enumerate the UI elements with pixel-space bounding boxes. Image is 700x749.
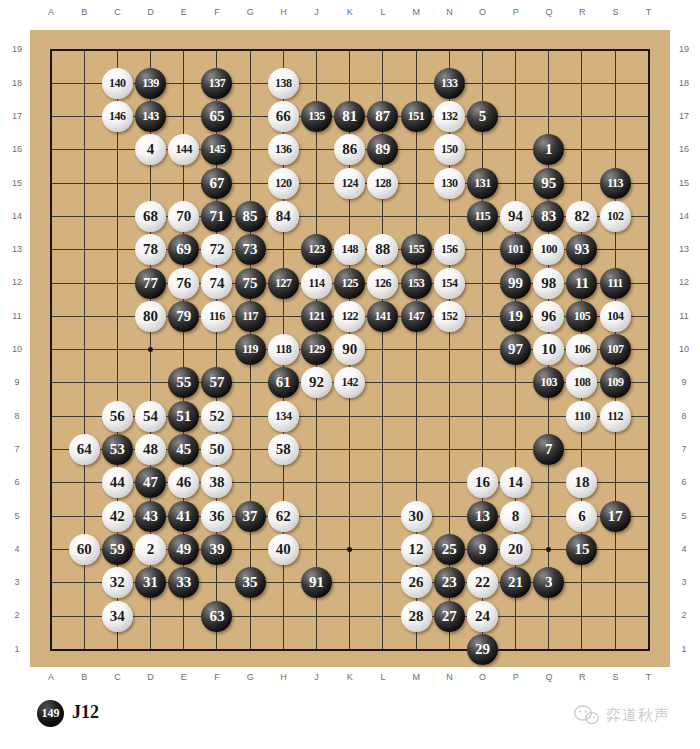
- point-P9[interactable]: [499, 366, 532, 399]
- point-G9[interactable]: [234, 366, 267, 399]
- point-S11[interactable]: 104: [599, 300, 632, 333]
- point-C15[interactable]: [101, 167, 134, 200]
- point-G11[interactable]: 117: [234, 300, 267, 333]
- point-K10[interactable]: 90: [333, 333, 366, 366]
- point-P7[interactable]: [499, 433, 532, 466]
- point-L14[interactable]: [366, 200, 399, 233]
- point-E1[interactable]: [167, 633, 200, 666]
- point-N14[interactable]: [433, 200, 466, 233]
- point-B9[interactable]: [68, 366, 101, 399]
- point-S13[interactable]: [599, 233, 632, 266]
- point-A1[interactable]: [34, 633, 67, 666]
- point-S14[interactable]: 102: [599, 200, 632, 233]
- point-L12[interactable]: 126: [366, 266, 399, 299]
- point-S3[interactable]: [599, 566, 632, 599]
- point-G2[interactable]: [234, 599, 267, 632]
- point-B17[interactable]: [68, 100, 101, 133]
- point-G19[interactable]: [234, 33, 267, 66]
- point-M5[interactable]: 30: [399, 500, 432, 533]
- point-N17[interactable]: 132: [433, 100, 466, 133]
- point-G7[interactable]: [234, 433, 267, 466]
- point-G17[interactable]: [234, 100, 267, 133]
- point-R10[interactable]: 106: [565, 333, 598, 366]
- point-M6[interactable]: [399, 466, 432, 499]
- point-P13[interactable]: 101: [499, 233, 532, 266]
- point-R8[interactable]: 110: [565, 400, 598, 433]
- point-M14[interactable]: [399, 200, 432, 233]
- point-Q13[interactable]: 100: [532, 233, 565, 266]
- point-C13[interactable]: [101, 233, 134, 266]
- point-F12[interactable]: 74: [200, 266, 233, 299]
- point-E11[interactable]: 79: [167, 300, 200, 333]
- point-F3[interactable]: [200, 566, 233, 599]
- point-E6[interactable]: 46: [167, 466, 200, 499]
- point-D1[interactable]: [134, 633, 167, 666]
- point-M18[interactable]: [399, 67, 432, 100]
- point-L15[interactable]: 128: [366, 167, 399, 200]
- point-F10[interactable]: [200, 333, 233, 366]
- point-R17[interactable]: [565, 100, 598, 133]
- point-C14[interactable]: [101, 200, 134, 233]
- point-O18[interactable]: [466, 67, 499, 100]
- point-T15[interactable]: [632, 167, 665, 200]
- point-O6[interactable]: 16: [466, 466, 499, 499]
- point-A12[interactable]: [34, 266, 67, 299]
- point-T4[interactable]: [632, 533, 665, 566]
- point-F7[interactable]: 50: [200, 433, 233, 466]
- point-A14[interactable]: [34, 200, 67, 233]
- point-N13[interactable]: 156: [433, 233, 466, 266]
- point-Q14[interactable]: 83: [532, 200, 565, 233]
- point-B6[interactable]: [68, 466, 101, 499]
- point-R11[interactable]: 105: [565, 300, 598, 333]
- point-E10[interactable]: [167, 333, 200, 366]
- point-H11[interactable]: [267, 300, 300, 333]
- point-L19[interactable]: [366, 33, 399, 66]
- point-S8[interactable]: 112: [599, 400, 632, 433]
- point-C5[interactable]: 42: [101, 500, 134, 533]
- point-F17[interactable]: 65: [200, 100, 233, 133]
- point-O1[interactable]: 29: [466, 633, 499, 666]
- point-T7[interactable]: [632, 433, 665, 466]
- point-H3[interactable]: [267, 566, 300, 599]
- point-Q1[interactable]: [532, 633, 565, 666]
- point-F2[interactable]: 63: [200, 599, 233, 632]
- point-M10[interactable]: [399, 333, 432, 366]
- point-M17[interactable]: 151: [399, 100, 432, 133]
- point-R13[interactable]: 93: [565, 233, 598, 266]
- point-P11[interactable]: 19: [499, 300, 532, 333]
- point-K14[interactable]: [333, 200, 366, 233]
- point-B2[interactable]: [68, 599, 101, 632]
- point-J10[interactable]: 129: [300, 333, 333, 366]
- point-F6[interactable]: 38: [200, 466, 233, 499]
- point-P18[interactable]: [499, 67, 532, 100]
- point-C17[interactable]: 146: [101, 100, 134, 133]
- point-Q19[interactable]: [532, 33, 565, 66]
- point-N5[interactable]: [433, 500, 466, 533]
- point-P17[interactable]: [499, 100, 532, 133]
- point-N1[interactable]: [433, 633, 466, 666]
- point-R12[interactable]: 11: [565, 266, 598, 299]
- point-D5[interactable]: 43: [134, 500, 167, 533]
- point-O7[interactable]: [466, 433, 499, 466]
- point-D4[interactable]: 2: [134, 533, 167, 566]
- point-N18[interactable]: 133: [433, 67, 466, 100]
- point-M19[interactable]: [399, 33, 432, 66]
- point-E12[interactable]: 76: [167, 266, 200, 299]
- point-C4[interactable]: 59: [101, 533, 134, 566]
- point-G5[interactable]: 37: [234, 500, 267, 533]
- point-N3[interactable]: 23: [433, 566, 466, 599]
- point-H5[interactable]: 62: [267, 500, 300, 533]
- point-B14[interactable]: [68, 200, 101, 233]
- point-K1[interactable]: [333, 633, 366, 666]
- point-A11[interactable]: [34, 300, 67, 333]
- point-R2[interactable]: [565, 599, 598, 632]
- point-P8[interactable]: [499, 400, 532, 433]
- point-A5[interactable]: [34, 500, 67, 533]
- point-A3[interactable]: [34, 566, 67, 599]
- point-G6[interactable]: [234, 466, 267, 499]
- point-E18[interactable]: [167, 67, 200, 100]
- point-C1[interactable]: [101, 633, 134, 666]
- point-C11[interactable]: [101, 300, 134, 333]
- point-A8[interactable]: [34, 400, 67, 433]
- point-J11[interactable]: 121: [300, 300, 333, 333]
- point-R6[interactable]: 18: [565, 466, 598, 499]
- point-L3[interactable]: [366, 566, 399, 599]
- point-H12[interactable]: 127: [267, 266, 300, 299]
- point-C9[interactable]: [101, 366, 134, 399]
- point-H14[interactable]: 84: [267, 200, 300, 233]
- point-F13[interactable]: 72: [200, 233, 233, 266]
- point-P3[interactable]: 21: [499, 566, 532, 599]
- point-N8[interactable]: [433, 400, 466, 433]
- point-K6[interactable]: [333, 466, 366, 499]
- point-M7[interactable]: [399, 433, 432, 466]
- point-Q15[interactable]: 95: [532, 167, 565, 200]
- point-J8[interactable]: [300, 400, 333, 433]
- point-M8[interactable]: [399, 400, 432, 433]
- point-C18[interactable]: 140: [101, 67, 134, 100]
- point-K18[interactable]: [333, 67, 366, 100]
- point-N12[interactable]: 154: [433, 266, 466, 299]
- point-J3[interactable]: 91: [300, 566, 333, 599]
- point-B15[interactable]: [68, 167, 101, 200]
- point-D8[interactable]: 54: [134, 400, 167, 433]
- point-G8[interactable]: [234, 400, 267, 433]
- point-T9[interactable]: [632, 366, 665, 399]
- point-O13[interactable]: [466, 233, 499, 266]
- point-S15[interactable]: 113: [599, 167, 632, 200]
- point-Q12[interactable]: 98: [532, 266, 565, 299]
- point-D19[interactable]: [134, 33, 167, 66]
- point-F8[interactable]: 52: [200, 400, 233, 433]
- point-H7[interactable]: 58: [267, 433, 300, 466]
- point-S10[interactable]: 107: [599, 333, 632, 366]
- point-B12[interactable]: [68, 266, 101, 299]
- point-E19[interactable]: [167, 33, 200, 66]
- point-R15[interactable]: [565, 167, 598, 200]
- point-P16[interactable]: [499, 133, 532, 166]
- point-C2[interactable]: 34: [101, 599, 134, 632]
- point-L1[interactable]: [366, 633, 399, 666]
- point-J5[interactable]: [300, 500, 333, 533]
- point-A16[interactable]: [34, 133, 67, 166]
- point-O12[interactable]: [466, 266, 499, 299]
- point-F1[interactable]: [200, 633, 233, 666]
- point-L18[interactable]: [366, 67, 399, 100]
- point-S7[interactable]: [599, 433, 632, 466]
- point-K9[interactable]: 142: [333, 366, 366, 399]
- point-R4[interactable]: 15: [565, 533, 598, 566]
- point-Q18[interactable]: [532, 67, 565, 100]
- point-N4[interactable]: 25: [433, 533, 466, 566]
- point-S19[interactable]: [599, 33, 632, 66]
- point-L4[interactable]: [366, 533, 399, 566]
- point-L10[interactable]: [366, 333, 399, 366]
- point-O19[interactable]: [466, 33, 499, 66]
- point-K2[interactable]: [333, 599, 366, 632]
- point-Q11[interactable]: 96: [532, 300, 565, 333]
- point-B18[interactable]: [68, 67, 101, 100]
- point-P6[interactable]: 14: [499, 466, 532, 499]
- point-Q4[interactable]: [532, 533, 565, 566]
- point-T10[interactable]: [632, 333, 665, 366]
- point-S2[interactable]: [599, 599, 632, 632]
- point-E13[interactable]: 69: [167, 233, 200, 266]
- point-P2[interactable]: [499, 599, 532, 632]
- point-F16[interactable]: 145: [200, 133, 233, 166]
- point-F15[interactable]: 67: [200, 167, 233, 200]
- point-K19[interactable]: [333, 33, 366, 66]
- point-C16[interactable]: [101, 133, 134, 166]
- point-M9[interactable]: [399, 366, 432, 399]
- point-T6[interactable]: [632, 466, 665, 499]
- point-K8[interactable]: [333, 400, 366, 433]
- point-L5[interactable]: [366, 500, 399, 533]
- point-S5[interactable]: 17: [599, 500, 632, 533]
- point-M3[interactable]: 26: [399, 566, 432, 599]
- point-A17[interactable]: [34, 100, 67, 133]
- point-F19[interactable]: [200, 33, 233, 66]
- point-S9[interactable]: 109: [599, 366, 632, 399]
- point-H17[interactable]: 66: [267, 100, 300, 133]
- point-A13[interactable]: [34, 233, 67, 266]
- point-L7[interactable]: [366, 433, 399, 466]
- point-J18[interactable]: [300, 67, 333, 100]
- point-O14[interactable]: 115: [466, 200, 499, 233]
- point-P19[interactable]: [499, 33, 532, 66]
- point-Q2[interactable]: [532, 599, 565, 632]
- point-E17[interactable]: [167, 100, 200, 133]
- point-E3[interactable]: 33: [167, 566, 200, 599]
- point-M15[interactable]: [399, 167, 432, 200]
- point-O10[interactable]: [466, 333, 499, 366]
- point-T14[interactable]: [632, 200, 665, 233]
- point-H10[interactable]: 118: [267, 333, 300, 366]
- point-J9[interactable]: 92: [300, 366, 333, 399]
- point-L16[interactable]: 89: [366, 133, 399, 166]
- point-D9[interactable]: [134, 366, 167, 399]
- point-J17[interactable]: 135: [300, 100, 333, 133]
- point-R19[interactable]: [565, 33, 598, 66]
- point-N15[interactable]: 130: [433, 167, 466, 200]
- point-H9[interactable]: 61: [267, 366, 300, 399]
- point-E7[interactable]: 45: [167, 433, 200, 466]
- point-F11[interactable]: 116: [200, 300, 233, 333]
- point-O3[interactable]: 22: [466, 566, 499, 599]
- point-D11[interactable]: 80: [134, 300, 167, 333]
- point-B10[interactable]: [68, 333, 101, 366]
- point-L13[interactable]: 88: [366, 233, 399, 266]
- point-D13[interactable]: 78: [134, 233, 167, 266]
- point-T3[interactable]: [632, 566, 665, 599]
- point-R16[interactable]: [565, 133, 598, 166]
- point-T16[interactable]: [632, 133, 665, 166]
- point-O15[interactable]: 131: [466, 167, 499, 200]
- point-G4[interactable]: [234, 533, 267, 566]
- point-P5[interactable]: 8: [499, 500, 532, 533]
- point-A18[interactable]: [34, 67, 67, 100]
- point-E8[interactable]: 51: [167, 400, 200, 433]
- point-R3[interactable]: [565, 566, 598, 599]
- point-R9[interactable]: 108: [565, 366, 598, 399]
- point-N11[interactable]: 152: [433, 300, 466, 333]
- point-G12[interactable]: 75: [234, 266, 267, 299]
- point-T8[interactable]: [632, 400, 665, 433]
- point-J14[interactable]: [300, 200, 333, 233]
- point-S1[interactable]: [599, 633, 632, 666]
- point-B11[interactable]: [68, 300, 101, 333]
- point-H6[interactable]: [267, 466, 300, 499]
- point-G16[interactable]: [234, 133, 267, 166]
- point-T2[interactable]: [632, 599, 665, 632]
- point-J13[interactable]: 123: [300, 233, 333, 266]
- point-O17[interactable]: 5: [466, 100, 499, 133]
- point-T19[interactable]: [632, 33, 665, 66]
- point-F18[interactable]: 137: [200, 67, 233, 100]
- point-H18[interactable]: 138: [267, 67, 300, 100]
- point-A10[interactable]: [34, 333, 67, 366]
- point-S6[interactable]: [599, 466, 632, 499]
- point-T18[interactable]: [632, 67, 665, 100]
- point-C7[interactable]: 53: [101, 433, 134, 466]
- point-P12[interactable]: 99: [499, 266, 532, 299]
- point-C6[interactable]: 44: [101, 466, 134, 499]
- point-M4[interactable]: 12: [399, 533, 432, 566]
- point-B1[interactable]: [68, 633, 101, 666]
- point-O8[interactable]: [466, 400, 499, 433]
- point-N9[interactable]: [433, 366, 466, 399]
- point-S12[interactable]: 111: [599, 266, 632, 299]
- point-K5[interactable]: [333, 500, 366, 533]
- point-D18[interactable]: 139: [134, 67, 167, 100]
- point-D3[interactable]: 31: [134, 566, 167, 599]
- point-R14[interactable]: 82: [565, 200, 598, 233]
- point-D7[interactable]: 48: [134, 433, 167, 466]
- point-P15[interactable]: [499, 167, 532, 200]
- point-C12[interactable]: [101, 266, 134, 299]
- point-B4[interactable]: 60: [68, 533, 101, 566]
- point-N7[interactable]: [433, 433, 466, 466]
- point-P14[interactable]: 94: [499, 200, 532, 233]
- point-E4[interactable]: 49: [167, 533, 200, 566]
- point-O4[interactable]: 9: [466, 533, 499, 566]
- point-N10[interactable]: [433, 333, 466, 366]
- point-T12[interactable]: [632, 266, 665, 299]
- point-B3[interactable]: [68, 566, 101, 599]
- point-R7[interactable]: [565, 433, 598, 466]
- point-K11[interactable]: 122: [333, 300, 366, 333]
- point-E9[interactable]: 55: [167, 366, 200, 399]
- point-D2[interactable]: [134, 599, 167, 632]
- point-T13[interactable]: [632, 233, 665, 266]
- point-O5[interactable]: 13: [466, 500, 499, 533]
- point-Q8[interactable]: [532, 400, 565, 433]
- point-R1[interactable]: [565, 633, 598, 666]
- point-F5[interactable]: 36: [200, 500, 233, 533]
- point-Q5[interactable]: [532, 500, 565, 533]
- point-H2[interactable]: [267, 599, 300, 632]
- point-B16[interactable]: [68, 133, 101, 166]
- point-A2[interactable]: [34, 599, 67, 632]
- point-D14[interactable]: 68: [134, 200, 167, 233]
- point-H15[interactable]: 120: [267, 167, 300, 200]
- point-Q17[interactable]: [532, 100, 565, 133]
- point-M12[interactable]: 153: [399, 266, 432, 299]
- point-J1[interactable]: [300, 633, 333, 666]
- point-Q6[interactable]: [532, 466, 565, 499]
- point-N2[interactable]: 27: [433, 599, 466, 632]
- point-H13[interactable]: [267, 233, 300, 266]
- point-T11[interactable]: [632, 300, 665, 333]
- point-F14[interactable]: 71: [200, 200, 233, 233]
- point-J7[interactable]: [300, 433, 333, 466]
- point-D17[interactable]: 143: [134, 100, 167, 133]
- point-D12[interactable]: 77: [134, 266, 167, 299]
- point-O11[interactable]: [466, 300, 499, 333]
- point-S17[interactable]: [599, 100, 632, 133]
- point-P1[interactable]: [499, 633, 532, 666]
- point-O9[interactable]: [466, 366, 499, 399]
- point-G3[interactable]: 35: [234, 566, 267, 599]
- point-D10[interactable]: [134, 333, 167, 366]
- point-L6[interactable]: [366, 466, 399, 499]
- point-R18[interactable]: [565, 67, 598, 100]
- point-B5[interactable]: [68, 500, 101, 533]
- point-L9[interactable]: [366, 366, 399, 399]
- point-J15[interactable]: [300, 167, 333, 200]
- point-A4[interactable]: [34, 533, 67, 566]
- point-K12[interactable]: 125: [333, 266, 366, 299]
- point-N16[interactable]: 150: [433, 133, 466, 166]
- point-H16[interactable]: 136: [267, 133, 300, 166]
- point-G14[interactable]: 85: [234, 200, 267, 233]
- point-J6[interactable]: [300, 466, 333, 499]
- point-M1[interactable]: [399, 633, 432, 666]
- point-F9[interactable]: 57: [200, 366, 233, 399]
- point-H8[interactable]: 134: [267, 400, 300, 433]
- point-P10[interactable]: 97: [499, 333, 532, 366]
- point-E15[interactable]: [167, 167, 200, 200]
- point-L8[interactable]: [366, 400, 399, 433]
- point-C19[interactable]: [101, 33, 134, 66]
- point-E2[interactable]: [167, 599, 200, 632]
- point-J12[interactable]: 114: [300, 266, 333, 299]
- point-A9[interactable]: [34, 366, 67, 399]
